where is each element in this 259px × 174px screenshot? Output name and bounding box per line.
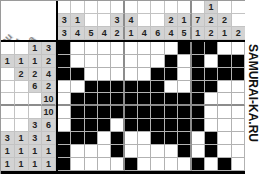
grid-cell[interactable] [98,81,111,94]
top-clue-cell [98,1,111,14]
grid-cell[interactable] [151,132,164,145]
grid-cell[interactable] [98,106,111,119]
grid-cell[interactable] [165,68,178,81]
left-clue-cell: 4 [42,68,56,81]
grid-cell[interactable] [205,68,218,81]
grid-cell[interactable] [218,55,231,68]
grid-cell[interactable] [178,55,191,68]
column-clues: 131342172234542146451212 [58,1,245,40]
grid-cell[interactable] [71,42,84,55]
grid-cell[interactable] [138,132,151,145]
left-clue-cell: 1 [1,158,15,171]
grid-cell[interactable] [138,119,151,132]
grid-cell[interactable] [151,55,164,68]
top-clue-cell: 2 [205,27,218,40]
left-clue-cell: 3 [29,119,43,132]
top-band: Samu i-ka.ru murai-ka ru Samu 1313421722… [1,1,245,42]
grid-cell[interactable] [232,106,245,119]
grid-cell[interactable] [218,132,231,145]
top-clue-cell [151,14,164,27]
left-clue-cell [29,106,43,119]
grid-cell[interactable] [165,42,178,55]
grid-cell[interactable] [232,132,245,145]
top-clue-cell [138,14,151,27]
grid-cell[interactable] [192,119,205,132]
top-clue-cell: 4 [125,14,138,27]
grid-cell[interactable] [85,55,98,68]
grid-cell[interactable] [232,81,245,94]
grid-cell[interactable] [165,158,178,171]
grid-cell[interactable] [58,42,71,55]
top-clue-cell: 2 [111,27,124,40]
top-clue-cell [232,1,245,14]
grid-cell[interactable] [205,42,218,55]
left-clue-cell: 1 [15,55,29,68]
grid-cell[interactable] [192,106,205,119]
left-clue-cell: 2 [15,68,29,81]
grid-cell[interactable] [125,68,138,81]
left-clue-cell: 3 [29,132,43,145]
left-clue-cell: 1 [42,145,56,158]
left-clue-cell: 2 [42,81,56,94]
grid-cell[interactable] [178,42,191,55]
grid-cell[interactable] [205,93,218,106]
left-clue-cell: 1 [1,145,15,158]
grid-cell[interactable] [178,158,191,171]
top-clue-cell [178,1,191,14]
grid-cell[interactable] [111,68,124,81]
top-clue-cell: 6 [151,27,164,40]
grid-cell[interactable] [192,158,205,171]
grid-cell[interactable] [192,68,205,81]
left-clue-cell [15,119,29,132]
grid-cell[interactable] [71,158,84,171]
grid-cell[interactable] [218,93,231,106]
grid-cell[interactable] [111,145,124,158]
grid-cell[interactable] [218,81,231,94]
grid-cell[interactable] [192,145,205,158]
left-clue-cell: 10 [42,106,56,119]
left-clue-cell [15,81,29,94]
top-clue-cell [111,1,124,14]
corner-watermark: Samu i-ka.ru murai-ka ru Samu [1,1,58,40]
grid-cell[interactable] [138,158,151,171]
grid-cell[interactable] [192,42,205,55]
grid-cell[interactable] [71,132,84,145]
left-clue-cell [1,119,15,132]
left-clue-cell: 3 [1,132,15,145]
left-clue-cell [15,42,29,55]
grid-cell[interactable] [98,119,111,132]
top-clue-cell: 2 [205,14,218,27]
grid-cell[interactable] [205,55,218,68]
top-clue-cell: 2 [232,27,245,40]
grid-cell[interactable] [85,158,98,171]
grid-cell[interactable] [178,93,191,106]
main-band: 13111222462101036313111111111 [1,42,245,174]
grid-cell[interactable] [138,81,151,94]
grid-cell[interactable] [85,132,98,145]
grid-cell[interactable] [151,158,164,171]
grid-cell[interactable] [111,158,124,171]
solution-grid [58,42,245,171]
grid-cell[interactable] [85,119,98,132]
grid-cell[interactable] [218,145,231,158]
grid-cell[interactable] [205,81,218,94]
grid-cell[interactable] [178,145,191,158]
top-clue-cell: 1 [218,27,231,40]
grid-cell[interactable] [125,132,138,145]
grid-cell[interactable] [165,81,178,94]
grid-cell[interactable] [58,132,71,145]
grid-cell[interactable] [71,55,84,68]
left-clue-cell: 1 [29,145,43,158]
grid-cell[interactable] [85,42,98,55]
grid-cell[interactable] [218,158,231,171]
left-clue-cell: 1 [15,145,29,158]
grid-cell[interactable] [165,55,178,68]
grid-cell[interactable] [151,106,164,119]
grid-cell[interactable] [138,55,151,68]
top-clue-cell: 5 [85,27,98,40]
top-clue-cell: 5 [178,27,191,40]
top-clue-cell: 1 [125,27,138,40]
grid-cell[interactable] [71,106,84,119]
left-clue-cell: 1 [15,132,29,145]
grid-cell[interactable] [138,145,151,158]
grid-cell[interactable] [71,81,84,94]
grid-cell[interactable] [165,132,178,145]
grid-cell[interactable] [58,145,71,158]
site-name: SAMURAI-KA.RU [246,44,259,142]
grid-cell[interactable] [165,106,178,119]
left-clue-cell: 2 [29,68,43,81]
grid-cell[interactable] [71,145,84,158]
top-clue-cell [151,1,164,14]
grid-cell[interactable] [138,93,151,106]
top-clue-cell [71,1,84,14]
grid-cell[interactable] [111,93,124,106]
top-clue-cell [218,1,231,14]
top-clue-cell: 3 [111,14,124,27]
left-clue-cell: 6 [29,81,43,94]
left-clue-cell [1,93,15,106]
grid-cell[interactable] [165,93,178,106]
grid-cell[interactable] [178,132,191,145]
grid-cell[interactable] [98,158,111,171]
grid-cell[interactable] [111,132,124,145]
grid-cell[interactable] [151,145,164,158]
top-clue-cell [58,1,71,14]
site-watermark-strip: SAMURAI-KA.RU [245,0,259,174]
left-clue-cell [1,81,15,94]
top-clue-cell: 2 [218,14,231,27]
grid-cell[interactable] [125,145,138,158]
grid-cell[interactable] [58,93,71,106]
grid-cell[interactable] [125,93,138,106]
top-clue-cell [125,1,138,14]
top-clue-cell [232,14,245,27]
grid-cell[interactable] [71,68,84,81]
grid-cell[interactable] [218,106,231,119]
top-clue-cell [138,1,151,14]
top-clue-cell: 1 [178,14,191,27]
top-clue-cell: 4 [71,27,84,40]
grid-cell[interactable] [111,106,124,119]
left-clue-cell: 1 [42,158,56,171]
top-clue-cell: 1 [71,14,84,27]
grid-cell[interactable] [178,68,191,81]
left-clue-cell [15,93,29,106]
grid-cell[interactable] [205,158,218,171]
grid-cell[interactable] [232,68,245,81]
top-clue-cell: 2 [165,14,178,27]
grid-cell[interactable] [111,42,124,55]
grid-cell[interactable] [85,106,98,119]
grid-cell[interactable] [71,119,84,132]
grid-cell[interactable] [111,119,124,132]
left-clue-cell: 1 [42,132,56,145]
grid-cell[interactable] [192,132,205,145]
left-clue-cell [15,106,29,119]
left-clue-cell: 1 [29,55,43,68]
left-clue-cell: 1 [29,158,43,171]
top-clue-cell: 1 [192,27,205,40]
grid-cell[interactable] [205,145,218,158]
top-clue-cell [85,1,98,14]
left-clue-cell [1,42,15,55]
top-clue-cell: 4 [165,27,178,40]
grid-cell[interactable] [151,93,164,106]
grid-cell[interactable] [205,132,218,145]
grid-cell[interactable] [85,145,98,158]
grid-cell[interactable] [192,55,205,68]
puzzle-board: Samu i-ka.ru murai-ka ru Samu 1313421722… [0,0,245,174]
grid-cell[interactable] [232,55,245,68]
left-clue-cell: 1 [15,158,29,171]
grid-cell[interactable] [151,68,164,81]
grid-cell[interactable] [111,81,124,94]
grid-cell[interactable] [58,55,71,68]
grid-cell[interactable] [151,42,164,55]
top-clue-cell: 1 [205,1,218,14]
grid-cell[interactable] [125,81,138,94]
top-clue-cell [98,14,111,27]
grid-cell[interactable] [58,119,71,132]
grid-cell[interactable] [205,106,218,119]
top-clue-cell [85,14,98,27]
grid-cell[interactable] [151,119,164,132]
top-clue-cell: 4 [98,27,111,40]
grid-cell[interactable] [85,68,98,81]
top-clue-cell: 3 [58,27,71,40]
row-clues: 13111222462101036313111111111 [1,42,58,171]
grid-cell[interactable] [138,68,151,81]
grid-cell[interactable] [58,81,71,94]
top-clue-cell: 4 [138,27,151,40]
grid-cell[interactable] [192,93,205,106]
top-clue-cell: 7 [192,14,205,27]
grid-cell[interactable] [178,81,191,94]
grid-cell[interactable] [232,42,245,55]
top-clue-cell [165,1,178,14]
grid-cell[interactable] [232,158,245,171]
grid-cell[interactable] [98,132,111,145]
top-clue-cell [192,1,205,14]
grid-cell[interactable] [125,55,138,68]
grid-cell[interactable] [151,81,164,94]
grid-cell[interactable] [178,119,191,132]
grid-cell[interactable] [138,42,151,55]
left-clue-cell [1,106,15,119]
grid-cell[interactable] [111,55,124,68]
grid-cell[interactable] [165,145,178,158]
grid-cell[interactable] [232,145,245,158]
grid-cell[interactable] [71,93,84,106]
grid-cell[interactable] [85,81,98,94]
grid-cell[interactable] [98,93,111,106]
grid-cell[interactable] [85,93,98,106]
left-clue-cell: 1 [29,42,43,55]
left-clue-cell: 1 [1,55,15,68]
grid-cell[interactable] [232,119,245,132]
grid-cell[interactable] [98,55,111,68]
grid-cell[interactable] [98,68,111,81]
grid-cell[interactable] [165,119,178,132]
grid-cell[interactable] [58,158,71,171]
watermark-text: Samu i-ka.ru murai-ka ru Samu [1,1,58,40]
grid-cell[interactable] [125,42,138,55]
grid-cell[interactable] [192,81,205,94]
grid-cell[interactable] [125,119,138,132]
grid-cell[interactable] [178,106,191,119]
grid-cell[interactable] [125,158,138,171]
grid-cell[interactable] [205,119,218,132]
left-clue-cell: 10 [42,93,56,106]
grid-cell[interactable] [58,106,71,119]
grid-cell[interactable] [98,145,111,158]
left-clue-cell [29,93,43,106]
grid-cell[interactable] [98,42,111,55]
left-clue-cell [1,68,15,81]
grid-cell[interactable] [218,68,231,81]
grid-cell[interactable] [218,119,231,132]
grid-cell[interactable] [138,106,151,119]
grid-cell[interactable] [125,106,138,119]
grid-cell[interactable] [218,42,231,55]
top-clue-cell: 3 [58,14,71,27]
nonogram-puzzle: Samu i-ka.ru murai-ka ru Samu 1313421722… [0,0,259,174]
grid-cell[interactable] [58,68,71,81]
left-clue-cell: 3 [42,42,56,55]
grid-cell[interactable] [232,93,245,106]
left-clue-cell: 2 [42,55,56,68]
left-clue-cell: 6 [42,119,56,132]
